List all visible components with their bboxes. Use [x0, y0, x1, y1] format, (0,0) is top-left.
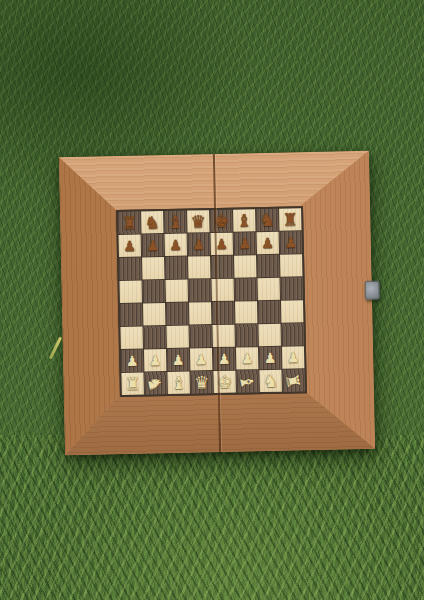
- square-b6: [142, 257, 164, 279]
- black-pawn-f7: ♟: [238, 236, 251, 250]
- square-c8: ♝: [164, 211, 186, 233]
- square-g4: [258, 301, 280, 323]
- square-f7: ♟: [234, 232, 256, 254]
- square-h8: ♜: [279, 208, 301, 230]
- square-b7: ♟: [142, 234, 164, 256]
- latch-clasp-icon: [365, 281, 380, 300]
- square-f4: [235, 301, 257, 323]
- square-b3: [143, 326, 165, 348]
- black-bishop-f8: ♝: [236, 212, 252, 229]
- square-h3: [281, 323, 303, 345]
- white-bishop-c1: ♝: [171, 374, 187, 391]
- square-a6: [119, 258, 141, 280]
- square-c7: ♟: [165, 234, 187, 256]
- square-c4: [166, 303, 188, 325]
- square-f3: [235, 324, 257, 346]
- black-pawn-e7: ♟: [215, 237, 228, 251]
- square-d3: [189, 325, 211, 347]
- black-pawn-b7: ♟: [146, 238, 159, 252]
- square-h6: [280, 254, 302, 276]
- square-g2: ♟: [259, 347, 281, 369]
- square-g3: [258, 324, 280, 346]
- square-c5: [166, 280, 188, 302]
- black-pawn-d7: ♟: [192, 237, 205, 251]
- white-pawn-b2: ♟: [149, 353, 162, 367]
- white-pawn-a2: ♟: [126, 354, 139, 368]
- square-g5: [257, 278, 279, 300]
- square-a8: ♜: [118, 212, 140, 234]
- square-h5: [280, 277, 302, 299]
- square-g7: ♟: [257, 232, 279, 254]
- square-h2: ♟: [282, 346, 304, 368]
- black-pawn-a7: ♟: [123, 239, 136, 253]
- black-pawn-g7: ♟: [261, 236, 274, 250]
- square-b8: ♞: [141, 211, 163, 233]
- square-g1: ♞: [259, 370, 281, 392]
- square-d4: [189, 302, 211, 324]
- square-h1: ♜: [282, 369, 304, 391]
- white-rook-h1: ♜: [283, 371, 303, 389]
- grass-background: ♜♞♝♛♚♝♞♜♟♟♟♟♟♟♟♟♟♟♟♟♟♟♟♟♜♞♝♛♚♝♞♜: [0, 0, 424, 600]
- square-f6: [234, 255, 256, 277]
- square-a7: ♟: [119, 235, 141, 257]
- square-a5: [120, 281, 142, 303]
- black-queen-d8: ♛: [190, 213, 206, 230]
- square-g6: [257, 255, 279, 277]
- square-a2: ♟: [121, 350, 143, 372]
- square-b5: [143, 280, 165, 302]
- square-d8: ♛: [187, 210, 209, 232]
- square-b4: [143, 303, 165, 325]
- square-h7: ♟: [280, 231, 302, 253]
- white-knight-g1: ♞: [263, 372, 279, 389]
- grass-texture-lower: [0, 435, 424, 600]
- white-rook-a1: ♜: [125, 375, 141, 392]
- black-bishop-c8: ♝: [167, 213, 183, 230]
- black-knight-g8: ♞: [259, 211, 275, 228]
- white-pawn-h2: ♟: [287, 350, 300, 364]
- square-d1: ♛: [190, 371, 212, 393]
- white-queen-d1: ♛: [194, 374, 210, 391]
- square-a3: [120, 327, 142, 349]
- square-c6: [165, 257, 187, 279]
- black-rook-h8: ♜: [282, 211, 298, 228]
- square-b2: ♟: [144, 349, 166, 371]
- black-pawn-c7: ♟: [169, 238, 182, 252]
- grass-blade: [49, 337, 62, 360]
- white-pawn-c2: ♟: [172, 353, 185, 367]
- square-d6: [188, 256, 210, 278]
- square-d7: ♟: [188, 233, 210, 255]
- white-knight-b1: ♞: [145, 374, 165, 392]
- square-f5: [234, 278, 256, 300]
- square-b1: ♞: [144, 372, 166, 394]
- square-d5: [189, 279, 211, 301]
- white-pawn-e2: ♟: [218, 352, 231, 366]
- black-knight-b8: ♞: [144, 214, 160, 231]
- square-f2: ♟: [236, 347, 258, 369]
- square-f8: ♝: [233, 209, 255, 231]
- white-bishop-f1: ♝: [237, 372, 257, 390]
- chess-board: ♜♞♝♛♚♝♞♜♟♟♟♟♟♟♟♟♟♟♟♟♟♟♟♟♜♞♝♛♚♝♞♜: [116, 206, 307, 397]
- white-pawn-g2: ♟: [264, 351, 277, 365]
- square-h4: [281, 300, 303, 322]
- square-c1: ♝: [167, 372, 189, 394]
- black-rook-a8: ♜: [122, 214, 138, 231]
- square-c2: ♟: [167, 349, 189, 371]
- square-a4: [120, 304, 142, 326]
- black-pawn-h7: ♟: [284, 235, 297, 249]
- white-pawn-f2: ♟: [241, 351, 254, 365]
- square-g8: ♞: [256, 209, 278, 231]
- square-f1: ♝: [236, 370, 258, 392]
- square-c3: [166, 326, 188, 348]
- square-d2: ♟: [190, 348, 212, 370]
- square-a1: ♜: [121, 373, 143, 395]
- white-pawn-d2: ♟: [195, 352, 208, 366]
- chess-box: ♜♞♝♛♚♝♞♜♟♟♟♟♟♟♟♟♟♟♟♟♟♟♟♟♜♞♝♛♚♝♞♜: [59, 151, 375, 455]
